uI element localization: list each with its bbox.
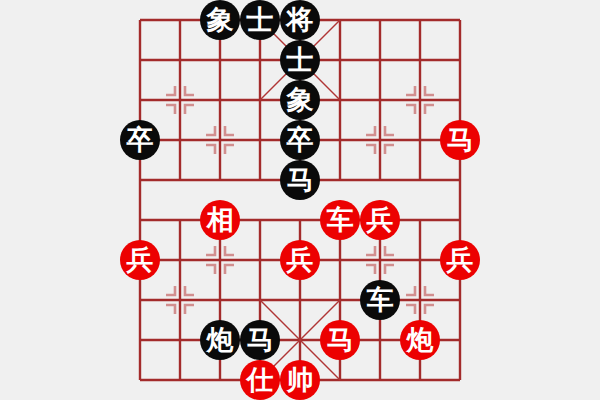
point-0-1[interactable] — [120, 40, 160, 80]
point-5-3[interactable] — [320, 120, 360, 160]
point-6-8[interactable] — [360, 320, 400, 360]
red-chariot[interactable]: 车 — [320, 200, 360, 240]
point-2-0[interactable]: 象 — [200, 0, 240, 40]
point-4-0[interactable]: 将 — [280, 0, 320, 40]
point-7-3[interactable] — [400, 120, 440, 160]
point-6-1[interactable] — [360, 40, 400, 80]
point-1-4[interactable] — [160, 160, 200, 200]
point-5-8[interactable]: 马 — [320, 320, 360, 360]
black-horse[interactable]: 马 — [240, 320, 280, 360]
point-3-4[interactable] — [240, 160, 280, 200]
point-2-3[interactable] — [200, 120, 240, 160]
red-cannon[interactable]: 炮 — [400, 320, 440, 360]
point-6-6[interactable] — [360, 240, 400, 280]
black-general[interactable]: 将 — [280, 0, 320, 40]
point-7-9[interactable] — [400, 360, 440, 400]
point-8-0[interactable] — [440, 0, 480, 40]
red-horse[interactable]: 马 — [440, 120, 480, 160]
point-4-1[interactable]: 士 — [280, 40, 320, 80]
point-1-9[interactable] — [160, 360, 200, 400]
point-3-3[interactable] — [240, 120, 280, 160]
point-0-9[interactable] — [120, 360, 160, 400]
black-soldier[interactable]: 卒 — [120, 120, 160, 160]
point-6-2[interactable] — [360, 80, 400, 120]
black-elephant[interactable]: 象 — [200, 0, 240, 40]
point-5-1[interactable] — [320, 40, 360, 80]
point-2-9[interactable] — [200, 360, 240, 400]
point-8-2[interactable] — [440, 80, 480, 120]
red-soldier[interactable]: 兵 — [440, 240, 480, 280]
point-8-6[interactable]: 兵 — [440, 240, 480, 280]
point-3-9[interactable]: 仕 — [240, 360, 280, 400]
point-8-3[interactable]: 马 — [440, 120, 480, 160]
point-3-1[interactable] — [240, 40, 280, 80]
point-3-5[interactable] — [240, 200, 280, 240]
point-2-1[interactable] — [200, 40, 240, 80]
xiangqi-grid: 象士将士象卒卒马马相车兵兵兵兵车炮马马炮仕帅 — [120, 0, 480, 400]
black-soldier[interactable]: 卒 — [280, 120, 320, 160]
point-8-5[interactable] — [440, 200, 480, 240]
point-2-4[interactable] — [200, 160, 240, 200]
point-0-3[interactable]: 卒 — [120, 120, 160, 160]
point-0-6[interactable]: 兵 — [120, 240, 160, 280]
black-horse[interactable]: 马 — [280, 160, 320, 200]
point-1-6[interactable] — [160, 240, 200, 280]
point-0-7[interactable] — [120, 280, 160, 320]
point-0-2[interactable] — [120, 80, 160, 120]
point-1-0[interactable] — [160, 0, 200, 40]
point-4-2[interactable]: 象 — [280, 80, 320, 120]
point-1-2[interactable] — [160, 80, 200, 120]
red-horse[interactable]: 马 — [320, 320, 360, 360]
point-1-3[interactable] — [160, 120, 200, 160]
point-3-6[interactable] — [240, 240, 280, 280]
point-6-4[interactable] — [360, 160, 400, 200]
point-6-0[interactable] — [360, 0, 400, 40]
point-5-6[interactable] — [320, 240, 360, 280]
point-4-4[interactable]: 马 — [280, 160, 320, 200]
point-2-8[interactable]: 炮 — [200, 320, 240, 360]
point-0-0[interactable] — [120, 0, 160, 40]
red-advisor[interactable]: 仕 — [240, 360, 280, 400]
point-5-9[interactable] — [320, 360, 360, 400]
point-5-4[interactable] — [320, 160, 360, 200]
point-2-5[interactable]: 相 — [200, 200, 240, 240]
point-0-4[interactable] — [120, 160, 160, 200]
point-7-0[interactable] — [400, 0, 440, 40]
black-elephant[interactable]: 象 — [280, 80, 320, 120]
point-3-8[interactable]: 马 — [240, 320, 280, 360]
point-0-5[interactable] — [120, 200, 160, 240]
point-4-7[interactable] — [280, 280, 320, 320]
point-8-9[interactable] — [440, 360, 480, 400]
point-1-8[interactable] — [160, 320, 200, 360]
point-3-2[interactable] — [240, 80, 280, 120]
point-7-6[interactable] — [400, 240, 440, 280]
point-3-0[interactable]: 士 — [240, 0, 280, 40]
point-7-4[interactable] — [400, 160, 440, 200]
red-soldier[interactable]: 兵 — [280, 240, 320, 280]
point-7-7[interactable] — [400, 280, 440, 320]
point-5-0[interactable] — [320, 0, 360, 40]
point-1-5[interactable] — [160, 200, 200, 240]
point-7-1[interactable] — [400, 40, 440, 80]
point-8-8[interactable] — [440, 320, 480, 360]
point-5-5[interactable]: 车 — [320, 200, 360, 240]
point-3-7[interactable] — [240, 280, 280, 320]
point-6-3[interactable] — [360, 120, 400, 160]
point-8-4[interactable] — [440, 160, 480, 200]
point-4-9[interactable]: 帅 — [280, 360, 320, 400]
point-5-2[interactable] — [320, 80, 360, 120]
black-chariot[interactable]: 车 — [360, 280, 400, 320]
point-7-5[interactable] — [400, 200, 440, 240]
point-4-8[interactable] — [280, 320, 320, 360]
point-4-6[interactable]: 兵 — [280, 240, 320, 280]
point-8-1[interactable] — [440, 40, 480, 80]
black-advisor[interactable]: 士 — [240, 0, 280, 40]
point-4-5[interactable] — [280, 200, 320, 240]
red-elephant[interactable]: 相 — [200, 200, 240, 240]
point-6-9[interactable] — [360, 360, 400, 400]
black-advisor[interactable]: 士 — [280, 40, 320, 80]
xiangqi-board-container: 象士将士象卒卒马马相车兵兵兵兵车炮马马炮仕帅 — [0, 0, 600, 400]
point-5-7[interactable] — [320, 280, 360, 320]
red-soldier[interactable]: 兵 — [360, 200, 400, 240]
point-1-1[interactable] — [160, 40, 200, 80]
point-8-7[interactable] — [440, 280, 480, 320]
point-7-2[interactable] — [400, 80, 440, 120]
red-general[interactable]: 帅 — [280, 360, 320, 400]
point-6-7[interactable]: 车 — [360, 280, 400, 320]
point-2-7[interactable] — [200, 280, 240, 320]
red-soldier[interactable]: 兵 — [120, 240, 160, 280]
point-1-7[interactable] — [160, 280, 200, 320]
point-4-3[interactable]: 卒 — [280, 120, 320, 160]
point-6-5[interactable]: 兵 — [360, 200, 400, 240]
point-0-8[interactable] — [120, 320, 160, 360]
point-2-6[interactable] — [200, 240, 240, 280]
point-7-8[interactable]: 炮 — [400, 320, 440, 360]
point-2-2[interactable] — [200, 80, 240, 120]
black-cannon[interactable]: 炮 — [200, 320, 240, 360]
